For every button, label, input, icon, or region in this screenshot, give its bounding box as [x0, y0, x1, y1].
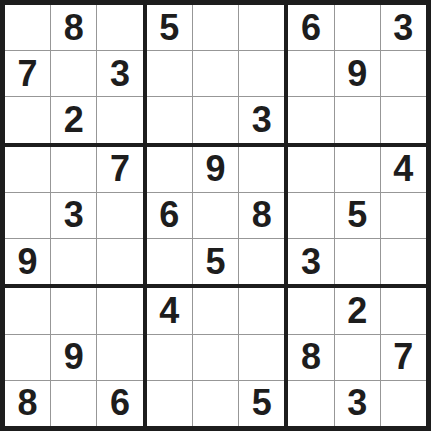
- cell-r5c7[interactable]: [288, 193, 333, 238]
- box-8: 4 5: [147, 288, 285, 426]
- cell-r5c9[interactable]: [381, 193, 426, 238]
- cell-r5c1[interactable]: [5, 193, 50, 238]
- cell-r1c1[interactable]: [5, 5, 50, 50]
- cell-r2c5[interactable]: [193, 51, 238, 96]
- box-7: 9 8 6: [5, 288, 143, 426]
- cell-r6c7[interactable]: 3: [288, 239, 333, 284]
- cell-r1c4[interactable]: 5: [147, 5, 192, 50]
- cell-r4c4[interactable]: [147, 147, 192, 192]
- cell-r2c2[interactable]: [51, 51, 96, 96]
- cell-r7c1[interactable]: [5, 288, 50, 333]
- box-6: 4 5 3: [288, 147, 426, 285]
- cell-r5c2[interactable]: 3: [51, 193, 96, 238]
- cell-r3c5[interactable]: [193, 97, 238, 142]
- cell-r3c7[interactable]: [288, 97, 333, 142]
- cell-r3c6[interactable]: 3: [239, 97, 284, 142]
- cell-r7c7[interactable]: [288, 288, 333, 333]
- cell-r4c6[interactable]: [239, 147, 284, 192]
- cell-r9c2[interactable]: [51, 381, 96, 426]
- cell-r8c9[interactable]: 7: [381, 335, 426, 380]
- cell-r8c3[interactable]: [97, 335, 142, 380]
- cell-r9c8[interactable]: 3: [335, 381, 380, 426]
- cell-r9c5[interactable]: [193, 381, 238, 426]
- cell-r8c6[interactable]: [239, 335, 284, 380]
- cell-r4c1[interactable]: [5, 147, 50, 192]
- cell-r1c6[interactable]: [239, 5, 284, 50]
- cell-r1c3[interactable]: [97, 5, 142, 50]
- box-3: 6 3 9: [288, 5, 426, 143]
- cell-r3c2[interactable]: 2: [51, 97, 96, 142]
- cell-r6c8[interactable]: [335, 239, 380, 284]
- cell-r4c3[interactable]: 7: [97, 147, 142, 192]
- cell-r6c4[interactable]: [147, 239, 192, 284]
- cell-r2c4[interactable]: [147, 51, 192, 96]
- cell-r2c6[interactable]: [239, 51, 284, 96]
- cell-r7c2[interactable]: [51, 288, 96, 333]
- cell-r6c3[interactable]: [97, 239, 142, 284]
- cell-r7c5[interactable]: [193, 288, 238, 333]
- sudoku-board: 8 7 3 2 5 3 6 3 9 7 3 9: [0, 0, 431, 431]
- box-9: 2 8 7 3: [288, 288, 426, 426]
- cell-r4c8[interactable]: [335, 147, 380, 192]
- cell-r1c8[interactable]: [335, 5, 380, 50]
- cell-r9c6[interactable]: 5: [239, 381, 284, 426]
- cell-r8c1[interactable]: [5, 335, 50, 380]
- cell-r1c5[interactable]: [193, 5, 238, 50]
- box-2: 5 3: [147, 5, 285, 143]
- cell-r9c7[interactable]: [288, 381, 333, 426]
- cell-r7c3[interactable]: [97, 288, 142, 333]
- cell-r4c5[interactable]: 9: [193, 147, 238, 192]
- cell-r2c9[interactable]: [381, 51, 426, 96]
- cell-r6c1[interactable]: 9: [5, 239, 50, 284]
- cell-r2c3[interactable]: 3: [97, 51, 142, 96]
- cell-r5c4[interactable]: 6: [147, 193, 192, 238]
- cell-r1c7[interactable]: 6: [288, 5, 333, 50]
- cell-r9c4[interactable]: [147, 381, 192, 426]
- cell-r3c9[interactable]: [381, 97, 426, 142]
- box-4: 7 3 9: [5, 147, 143, 285]
- cell-r6c9[interactable]: [381, 239, 426, 284]
- cell-r5c3[interactable]: [97, 193, 142, 238]
- cell-r2c1[interactable]: 7: [5, 51, 50, 96]
- cell-r7c9[interactable]: [381, 288, 426, 333]
- cell-r3c1[interactable]: [5, 97, 50, 142]
- cell-r2c7[interactable]: [288, 51, 333, 96]
- cell-r4c9[interactable]: 4: [381, 147, 426, 192]
- cell-r7c6[interactable]: [239, 288, 284, 333]
- cell-r2c8[interactable]: 9: [335, 51, 380, 96]
- cell-r8c8[interactable]: [335, 335, 380, 380]
- cell-r3c3[interactable]: [97, 97, 142, 142]
- cell-r9c9[interactable]: [381, 381, 426, 426]
- cell-r7c4[interactable]: 4: [147, 288, 192, 333]
- cell-r9c1[interactable]: 8: [5, 381, 50, 426]
- cell-r5c5[interactable]: [193, 193, 238, 238]
- cell-r8c2[interactable]: 9: [51, 335, 96, 380]
- cell-r5c8[interactable]: 5: [335, 193, 380, 238]
- cell-r6c5[interactable]: 5: [193, 239, 238, 284]
- cell-r8c4[interactable]: [147, 335, 192, 380]
- cell-r5c6[interactable]: 8: [239, 193, 284, 238]
- box-1: 8 7 3 2: [5, 5, 143, 143]
- cell-r7c8[interactable]: 2: [335, 288, 380, 333]
- cell-r4c7[interactable]: [288, 147, 333, 192]
- cell-r4c2[interactable]: [51, 147, 96, 192]
- cell-r9c3[interactable]: 6: [97, 381, 142, 426]
- cell-r6c2[interactable]: [51, 239, 96, 284]
- cell-r1c9[interactable]: 3: [381, 5, 426, 50]
- cell-r3c4[interactable]: [147, 97, 192, 142]
- cell-r8c5[interactable]: [193, 335, 238, 380]
- cell-r8c7[interactable]: 8: [288, 335, 333, 380]
- cell-r1c2[interactable]: 8: [51, 5, 96, 50]
- cell-r6c6[interactable]: [239, 239, 284, 284]
- box-5: 9 6 8 5: [147, 147, 285, 285]
- cell-r3c8[interactable]: [335, 97, 380, 142]
